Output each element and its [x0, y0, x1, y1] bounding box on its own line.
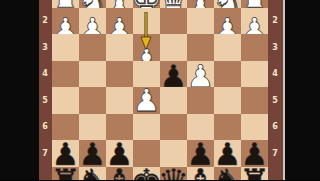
square-a4[interactable] [241, 61, 268, 88]
square-b4[interactable] [214, 61, 241, 88]
square-h4[interactable] [52, 61, 79, 88]
square-d5[interactable] [160, 87, 187, 114]
rank-label-4-left: 4 [39, 68, 51, 79]
square-f1[interactable]: ♝ [106, 0, 133, 8]
thumbnail-canvas: ♜♞♝♚♛♝♞♜♟♟♟♟♟♟♟♟♟♟♟♟♟♟♟♜♞♝♚♛♝♞♜ 22334455… [0, 0, 320, 180]
rank-label-5-right: 5 [269, 95, 281, 106]
square-g4[interactable] [79, 61, 106, 88]
square-a5[interactable] [241, 87, 268, 114]
piece-black-pawn-d4[interactable]: ♟ [160, 63, 187, 90]
board-frame: ♜♞♝♚♛♝♞♜♟♟♟♟♟♟♟♟♟♟♟♟♟♟♟♜♞♝♚♛♝♞♜ 22334455… [39, 0, 285, 180]
square-f2[interactable]: ♟ [106, 8, 133, 35]
square-h1[interactable]: ♜ [52, 0, 79, 8]
arrow-head-icon [141, 37, 151, 50]
rank-label-2-right: 2 [269, 15, 281, 26]
square-e6[interactable] [133, 114, 160, 141]
rank-label-2-left: 2 [39, 15, 51, 26]
square-f5[interactable] [106, 87, 133, 114]
rank-label-7-left: 7 [39, 148, 51, 159]
square-g2[interactable]: ♟ [79, 8, 106, 35]
square-c5[interactable] [187, 87, 214, 114]
rank-label-3-left: 3 [39, 42, 51, 53]
square-e5[interactable]: ♟ [133, 87, 160, 114]
square-b3[interactable] [214, 34, 241, 61]
rank-label-3-right: 3 [269, 42, 281, 53]
piece-black-queen-d8[interactable]: ♛ [160, 169, 187, 181]
square-g5[interactable] [79, 87, 106, 114]
square-c8[interactable]: ♝ [187, 167, 214, 181]
piece-black-bishop-f8[interactable]: ♝ [106, 169, 133, 181]
square-g1[interactable]: ♞ [79, 0, 106, 8]
rank-label-5-left: 5 [39, 95, 51, 106]
move-arrow-e2-e3 [139, 12, 153, 50]
square-b8[interactable]: ♞ [214, 167, 241, 181]
letterbox-right [285, 0, 320, 180]
square-a1[interactable]: ♜ [241, 0, 268, 8]
piece-white-pawn-e5[interactable]: ♟ [133, 87, 160, 114]
piece-black-knight-b8[interactable]: ♞ [214, 169, 241, 181]
square-b1[interactable]: ♞ [214, 0, 241, 8]
square-g3[interactable] [79, 34, 106, 61]
arrow-shaft [145, 12, 147, 39]
rank-label-6-left: 6 [39, 121, 51, 132]
square-c2[interactable] [187, 8, 214, 35]
square-b5[interactable] [214, 87, 241, 114]
square-f8[interactable]: ♝ [106, 167, 133, 181]
rank-label-4-right: 4 [269, 68, 281, 79]
piece-black-knight-g8[interactable]: ♞ [79, 169, 106, 181]
square-d2[interactable] [160, 8, 187, 35]
piece-black-bishop-c8[interactable]: ♝ [187, 169, 214, 181]
square-d6[interactable] [160, 114, 187, 141]
square-a8[interactable]: ♜ [241, 167, 268, 181]
square-b2[interactable]: ♟ [214, 8, 241, 35]
piece-black-rook-a8[interactable]: ♜ [241, 169, 268, 181]
rank-label-6-right: 6 [269, 121, 281, 132]
square-h8[interactable]: ♜ [52, 167, 79, 181]
square-e1[interactable]: ♚ [133, 0, 160, 8]
piece-black-king-e8[interactable]: ♚ [133, 169, 160, 181]
chess-board: ♜♞♝♚♛♝♞♜♟♟♟♟♟♟♟♟♟♟♟♟♟♟♟♜♞♝♚♛♝♞♜ [52, 0, 268, 180]
square-h3[interactable] [52, 34, 79, 61]
rank-label-7-right: 7 [269, 148, 281, 159]
square-a3[interactable] [241, 34, 268, 61]
square-c1[interactable]: ♝ [187, 0, 214, 8]
square-g8[interactable]: ♞ [79, 167, 106, 181]
letterbox-left [0, 0, 39, 180]
piece-black-rook-h8[interactable]: ♜ [52, 169, 79, 181]
square-e8[interactable]: ♚ [133, 167, 160, 181]
square-c4[interactable]: ♟ [187, 61, 214, 88]
square-a2[interactable]: ♟ [241, 8, 268, 35]
piece-white-pawn-c4[interactable]: ♟ [187, 63, 214, 90]
square-h2[interactable]: ♟ [52, 8, 79, 35]
square-h5[interactable] [52, 87, 79, 114]
square-d8[interactable]: ♛ [160, 167, 187, 181]
square-d1[interactable]: ♛ [160, 0, 187, 8]
square-f3[interactable] [106, 34, 133, 61]
square-d4[interactable]: ♟ [160, 61, 187, 88]
square-f4[interactable] [106, 61, 133, 88]
